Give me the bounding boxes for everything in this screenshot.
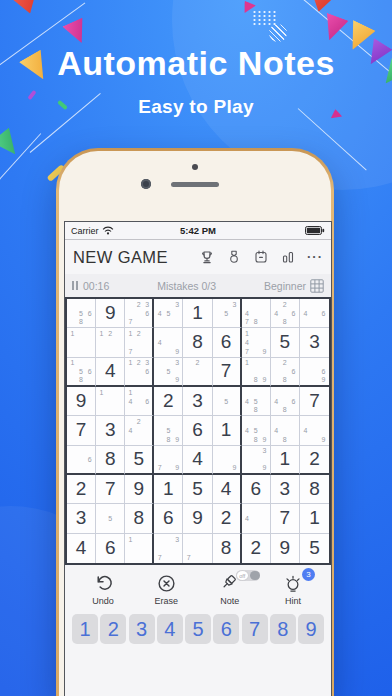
cell-r9c9[interactable]: 5 bbox=[300, 534, 329, 563]
cell-value: 2 bbox=[163, 390, 174, 412]
cell-notes: 1 bbox=[96, 387, 124, 415]
app-store-screenshot: { "banner": { "title": "Automatic Notes"… bbox=[0, 0, 392, 696]
daily-challenge-icon[interactable] bbox=[253, 249, 269, 265]
cell-r7c6[interactable]: 4 bbox=[213, 475, 242, 504]
game-bar: 00:16 Mistakes 0/3 Beginner bbox=[65, 274, 331, 297]
note-toggle[interactable]: off bbox=[236, 570, 260, 581]
cell-r4c8[interactable]: 468 bbox=[271, 387, 300, 416]
cell-r9c6[interactable]: 8 bbox=[213, 534, 242, 563]
cell-notes: 4589 bbox=[242, 416, 270, 444]
cell-value: 1 bbox=[163, 478, 174, 500]
cell-r9c3[interactable]: 1 bbox=[125, 534, 154, 563]
speaker-icon bbox=[171, 182, 219, 187]
cell-value: 1 bbox=[309, 507, 320, 529]
cell-notes: 268 bbox=[271, 358, 299, 385]
cell-r8c7[interactable]: 4 bbox=[242, 504, 271, 533]
cell-value: 2 bbox=[221, 507, 232, 529]
cell-r4c6[interactable]: 5 bbox=[213, 387, 242, 416]
cell-notes: 6 bbox=[67, 446, 95, 473]
cell-notes: 1 bbox=[125, 534, 152, 563]
clock-label: 5:42 PM bbox=[65, 225, 331, 236]
cell-r1c5[interactable]: 1 bbox=[183, 299, 212, 328]
game-header: NEW GAME bbox=[65, 240, 331, 274]
sensor-icon bbox=[192, 164, 198, 170]
cell-r2c1[interactable]: 1 bbox=[67, 328, 96, 357]
cell-notes: 1479 bbox=[242, 328, 270, 356]
cell-value: 9 bbox=[105, 302, 116, 324]
cell-value: 7 bbox=[76, 419, 87, 441]
cell-r6c2[interactable]: 8 bbox=[96, 446, 125, 475]
cell-value: 1 bbox=[221, 419, 232, 441]
cell-notes: 568 bbox=[67, 299, 95, 327]
hint-label: Hint bbox=[285, 596, 301, 606]
cell-r5c4[interactable]: 589 bbox=[154, 416, 183, 445]
cell-value: 6 bbox=[250, 478, 261, 500]
medal-icon[interactable] bbox=[226, 249, 242, 265]
hint-badge: 3 bbox=[302, 568, 315, 581]
num-button-3[interactable]: 3 bbox=[129, 614, 155, 644]
cell-value: 6 bbox=[163, 507, 174, 529]
cell-r2c4[interactable]: 49 bbox=[154, 328, 183, 357]
cell-value: 9 bbox=[192, 507, 203, 529]
difficulty-label: Beginner bbox=[264, 280, 306, 292]
cell-value: 2 bbox=[76, 478, 87, 500]
cell-r6c5[interactable]: 4 bbox=[183, 446, 212, 475]
cell-notes: 589 bbox=[154, 416, 182, 444]
cell-r5c6[interactable]: 1 bbox=[213, 416, 242, 445]
cell-r2c6[interactable]: 6 bbox=[213, 328, 242, 357]
cell-notes: 37 bbox=[154, 534, 182, 563]
phone-mockup: Carrier 5:42 PM NEW GAME bbox=[56, 148, 334, 696]
cell-r4c9[interactable]: 7 bbox=[300, 387, 329, 416]
cell-r4c2[interactable]: 1 bbox=[96, 387, 125, 416]
cell-r4c4[interactable]: 2 bbox=[154, 387, 183, 416]
sudoku-grid: 5689236734513547824684611212749861479531… bbox=[65, 297, 331, 565]
cell-r8c9[interactable]: 1 bbox=[300, 504, 329, 533]
cell-value: 1 bbox=[280, 448, 291, 470]
cell-value: 3 bbox=[309, 331, 320, 353]
cell-r8c8[interactable]: 7 bbox=[271, 504, 300, 533]
cell-value: 8 bbox=[192, 331, 203, 353]
cell-value: 9 bbox=[76, 390, 87, 412]
toolbar: Undo Erase bbox=[65, 574, 331, 606]
cell-r9c1[interactable]: 4 bbox=[67, 534, 96, 563]
cell-notes: 24 bbox=[125, 416, 152, 444]
cell-notes: 7 bbox=[183, 534, 211, 563]
cell-notes: 9 bbox=[213, 446, 240, 473]
confetti-dot-pattern bbox=[252, 10, 276, 26]
mistakes-label: Mistakes 0/3 bbox=[109, 280, 264, 292]
num-button-8[interactable]: 8 bbox=[270, 614, 296, 644]
cell-r1c1[interactable]: 568 bbox=[67, 299, 96, 328]
cell-value: 5 bbox=[280, 331, 291, 353]
cell-r3c3[interactable]: 1236 bbox=[125, 358, 154, 387]
note-toggle-knob bbox=[250, 571, 260, 580]
pause-icon[interactable] bbox=[72, 281, 78, 290]
timer-label: 00:16 bbox=[83, 280, 109, 292]
cell-r5c3[interactable]: 24 bbox=[125, 416, 154, 445]
grid-icon[interactable] bbox=[310, 279, 324, 293]
note-label: Note bbox=[220, 596, 239, 606]
cell-notes: 2367 bbox=[125, 299, 152, 327]
cell-notes: 35 bbox=[213, 299, 240, 327]
cell-r3c2[interactable]: 4 bbox=[96, 358, 125, 387]
cell-r2c3[interactable]: 127 bbox=[125, 328, 154, 357]
page-title: NEW GAME bbox=[73, 248, 168, 267]
cell-r2c9[interactable]: 3 bbox=[300, 328, 329, 357]
cell-r1c3[interactable]: 2367 bbox=[125, 299, 154, 328]
cell-r8c5[interactable]: 9 bbox=[183, 504, 212, 533]
cell-r8c6[interactable]: 2 bbox=[213, 504, 242, 533]
cell-r6c1[interactable]: 6 bbox=[67, 446, 96, 475]
banner: Automatic Notes Easy to Play bbox=[0, 44, 392, 118]
cell-notes: 12 bbox=[96, 328, 124, 356]
cell-value: 3 bbox=[76, 507, 87, 529]
cell-value: 9 bbox=[280, 537, 291, 559]
cell-r1c2[interactable]: 9 bbox=[96, 299, 125, 328]
trophy-icon[interactable] bbox=[199, 249, 215, 265]
cell-notes: 69 bbox=[300, 358, 329, 385]
cell-value: 8 bbox=[309, 478, 320, 500]
cell-r6c7[interactable]: 39 bbox=[242, 446, 271, 475]
cell-value: 6 bbox=[221, 331, 232, 353]
cell-notes: 1 bbox=[67, 328, 95, 356]
cell-value: 7 bbox=[221, 360, 232, 382]
number-pad: 123456789 bbox=[65, 614, 331, 644]
note-button[interactable]: off Note bbox=[208, 574, 252, 606]
note-toggle-label: off bbox=[236, 570, 249, 581]
cell-r4c5[interactable]: 3 bbox=[183, 387, 212, 416]
cell-r7c7[interactable]: 6 bbox=[242, 475, 271, 504]
num-button-7[interactable]: 7 bbox=[242, 614, 268, 644]
cell-notes: 189 bbox=[242, 358, 270, 385]
banner-subtitle: Easy to Play bbox=[0, 96, 392, 118]
cell-r5c5[interactable]: 6 bbox=[183, 416, 212, 445]
cell-r7c8[interactable]: 3 bbox=[271, 475, 300, 504]
cell-r5c7[interactable]: 4589 bbox=[242, 416, 271, 445]
cell-r1c9[interactable]: 46 bbox=[300, 299, 329, 328]
cell-r8c2[interactable]: 5 bbox=[96, 504, 125, 533]
phone-face: Carrier 5:42 PM NEW GAME bbox=[59, 151, 331, 696]
cell-value: 6 bbox=[105, 537, 116, 559]
statistics-icon[interactable] bbox=[280, 249, 296, 265]
cell-r7c5[interactable]: 5 bbox=[183, 475, 212, 504]
cell-r1c4[interactable]: 345 bbox=[154, 299, 183, 328]
cell-value: 4 bbox=[192, 448, 203, 470]
cell-notes: 48 bbox=[271, 416, 299, 444]
cell-value: 6 bbox=[192, 419, 203, 441]
erase-icon bbox=[156, 574, 177, 593]
cell-value: 9 bbox=[133, 478, 144, 500]
cell-r5c9[interactable]: 49 bbox=[300, 416, 329, 445]
cell-notes: 2 bbox=[183, 358, 211, 385]
cell-r3c6[interactable]: 7 bbox=[213, 358, 242, 387]
bunting-flag-red bbox=[12, 0, 43, 18]
cell-value: 8 bbox=[133, 507, 144, 529]
cell-value: 1 bbox=[192, 302, 203, 324]
cell-value: 3 bbox=[105, 419, 116, 441]
num-button-5[interactable]: 5 bbox=[185, 614, 211, 644]
cell-notes: 127 bbox=[125, 328, 152, 356]
cell-notes: 46 bbox=[300, 299, 329, 327]
cell-value: 8 bbox=[221, 537, 232, 559]
cell-r9c5[interactable]: 7 bbox=[183, 534, 212, 563]
cell-r3c1[interactable]: 1568 bbox=[67, 358, 96, 387]
cell-r6c6[interactable]: 9 bbox=[213, 446, 242, 475]
status-bar: Carrier 5:42 PM bbox=[65, 222, 331, 240]
hint-button[interactable]: 3 Hint bbox=[271, 574, 315, 606]
cell-notes: 345 bbox=[154, 299, 182, 327]
cell-r3c4[interactable]: 359 bbox=[154, 358, 183, 387]
cell-value: 5 bbox=[133, 448, 144, 470]
app-screen: Carrier 5:42 PM NEW GAME bbox=[64, 221, 332, 696]
cell-r9c2[interactable]: 6 bbox=[96, 534, 125, 563]
cell-r8c4[interactable]: 6 bbox=[154, 504, 183, 533]
cell-notes: 146 bbox=[125, 387, 152, 415]
cell-r7c4[interactable]: 1 bbox=[154, 475, 183, 504]
cell-r9c7[interactable]: 2 bbox=[242, 534, 271, 563]
erase-label: Erase bbox=[155, 596, 179, 606]
cell-r5c2[interactable]: 3 bbox=[96, 416, 125, 445]
cell-r8c1[interactable]: 3 bbox=[67, 504, 96, 533]
cell-value: 7 bbox=[280, 507, 291, 529]
cell-notes: 1236 bbox=[125, 358, 152, 385]
cell-value: 7 bbox=[309, 390, 320, 412]
cell-r7c2[interactable]: 7 bbox=[96, 475, 125, 504]
num-button-6[interactable]: 6 bbox=[213, 614, 239, 644]
cell-notes: 359 bbox=[154, 358, 182, 385]
undo-icon bbox=[92, 574, 114, 593]
undo-button[interactable]: Undo bbox=[81, 574, 125, 606]
cell-r4c7[interactable]: 458 bbox=[242, 387, 271, 416]
cell-value: 7 bbox=[105, 478, 116, 500]
cell-value: 3 bbox=[280, 478, 291, 500]
cell-value: 2 bbox=[250, 537, 261, 559]
cell-notes: 1568 bbox=[67, 358, 95, 385]
cell-r5c1[interactable]: 7 bbox=[67, 416, 96, 445]
cell-r2c7[interactable]: 1479 bbox=[242, 328, 271, 357]
cell-r2c5[interactable]: 8 bbox=[183, 328, 212, 357]
cell-notes: 49 bbox=[300, 416, 329, 444]
cell-notes: 468 bbox=[271, 387, 299, 415]
cell-r7c9[interactable]: 8 bbox=[300, 475, 329, 504]
cell-r4c1[interactable]: 9 bbox=[67, 387, 96, 416]
battery-icon bbox=[305, 226, 325, 235]
cell-r1c8[interactable]: 2468 bbox=[271, 299, 300, 328]
banner-title: Automatic Notes bbox=[0, 44, 392, 83]
cell-r6c8[interactable]: 1 bbox=[271, 446, 300, 475]
cell-notes: 5 bbox=[213, 387, 240, 415]
erase-button[interactable]: Erase bbox=[144, 574, 188, 606]
cell-value: 5 bbox=[309, 537, 320, 559]
num-button-1[interactable]: 1 bbox=[72, 614, 98, 644]
cell-notes: 49 bbox=[154, 328, 182, 356]
cell-value: 8 bbox=[105, 448, 116, 470]
cell-notes: 458 bbox=[242, 387, 270, 415]
cell-r3c8[interactable]: 268 bbox=[271, 358, 300, 387]
cell-r5c8[interactable]: 48 bbox=[271, 416, 300, 445]
front-camera-icon bbox=[141, 179, 151, 189]
num-button-2[interactable]: 2 bbox=[100, 614, 126, 644]
cell-r8c3[interactable]: 8 bbox=[125, 504, 154, 533]
cell-r1c6[interactable]: 35 bbox=[213, 299, 242, 328]
cell-r7c1[interactable]: 2 bbox=[67, 475, 96, 504]
cell-value: 2 bbox=[309, 448, 320, 470]
cell-r9c4[interactable]: 37 bbox=[154, 534, 183, 563]
cell-notes: 4 bbox=[242, 504, 270, 532]
hint-bulb-icon bbox=[282, 574, 304, 593]
cell-r3c7[interactable]: 189 bbox=[242, 358, 271, 387]
cell-r6c4[interactable]: 79 bbox=[154, 446, 183, 475]
cell-notes: 39 bbox=[242, 446, 270, 473]
cell-r3c5[interactable]: 2 bbox=[183, 358, 212, 387]
undo-label: Undo bbox=[92, 596, 114, 606]
cell-r2c8[interactable]: 5 bbox=[271, 328, 300, 357]
cell-r7c3[interactable]: 9 bbox=[125, 475, 154, 504]
confetti-striped-circle bbox=[269, 24, 287, 42]
more-icon[interactable]: ··· bbox=[307, 252, 323, 262]
cell-r6c3[interactable]: 5 bbox=[125, 446, 154, 475]
cell-r4c3[interactable]: 146 bbox=[125, 387, 154, 416]
cell-r6c9[interactable]: 2 bbox=[300, 446, 329, 475]
cell-r3c9[interactable]: 69 bbox=[300, 358, 329, 387]
cell-notes: 79 bbox=[154, 446, 182, 473]
bunting-flag-magenta bbox=[62, 18, 91, 48]
cell-r2c2[interactable]: 12 bbox=[96, 328, 125, 357]
cell-r9c8[interactable]: 9 bbox=[271, 534, 300, 563]
cell-value: 5 bbox=[192, 478, 203, 500]
num-button-4[interactable]: 4 bbox=[157, 614, 183, 644]
cell-value: 4 bbox=[221, 478, 232, 500]
cell-notes: 2468 bbox=[271, 299, 299, 327]
cell-value: 3 bbox=[192, 390, 203, 412]
cell-value: 4 bbox=[105, 360, 116, 382]
cell-r1c7[interactable]: 478 bbox=[242, 299, 271, 328]
cell-notes: 5 bbox=[96, 504, 124, 532]
cell-value: 4 bbox=[76, 537, 87, 559]
cell-notes: 478 bbox=[242, 299, 270, 327]
num-button-9[interactable]: 9 bbox=[298, 614, 324, 644]
